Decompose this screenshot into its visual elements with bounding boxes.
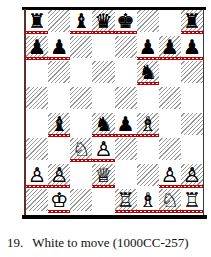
black-pawn-b7: ♟ [48,36,70,58]
square-d8: ♛ [92,10,114,36]
white-bishop-f4: ♗ [137,113,159,135]
white-rook-e1: ♖ [115,189,137,211]
white-pawn-g2: ♙ [159,164,181,186]
spellcheck-squiggle [159,210,181,213]
white-pawn-a2: ♙ [26,164,48,186]
square-d4: ♞ [92,113,114,139]
square-h5 [181,87,203,113]
spellcheck-squiggle [48,57,70,60]
spellcheck-squiggle [137,57,159,60]
square-b8 [48,10,70,36]
spellcheck-squiggle [26,57,48,60]
square-a6 [26,61,48,87]
square-a1 [26,189,48,215]
square-c7 [70,36,92,62]
diagram-caption: 19.White to move (1000CC-257) [7,235,189,251]
square-d1 [92,189,114,215]
black-pawn-h7: ♟ [181,36,203,58]
board-bottom-border [22,215,207,219]
square-d3: ♙ [92,138,114,164]
square-f6: ♞ [137,61,159,87]
square-c8: ♝ [70,10,92,36]
square-h6 [181,61,203,87]
square-f4: ♗ [137,113,159,139]
spellcheck-squiggle [181,57,203,60]
white-pawn-b2: ♙ [48,164,70,186]
spellcheck-squiggle [115,31,137,34]
spellcheck-squiggle [48,210,70,213]
caption-text: White to move (1000CC-257) [32,235,188,250]
square-b5 [48,87,70,113]
spellcheck-squiggle [181,185,203,188]
spellcheck-squiggle [26,185,48,188]
black-pawn-f7: ♟ [137,36,159,58]
spellcheck-squiggle [115,134,137,137]
spellcheck-squiggle [26,31,48,34]
spellcheck-squiggle [159,57,181,60]
square-e5 [115,87,137,113]
black-pawn-e4: ♟ [115,113,137,135]
square-g7: ♟ [159,36,181,62]
white-bishop-f1: ♗ [137,189,159,211]
spellcheck-squiggle [137,210,159,213]
square-b4: ♝ [48,113,70,139]
black-knight-f6: ♞ [137,61,159,83]
black-pawn-g7: ♟ [159,36,181,58]
square-b1: ♔ [48,189,70,215]
square-h2: ♙ [181,164,203,190]
puzzle-number: 19. [7,235,23,250]
square-f3 [137,138,159,164]
square-h3 [181,138,203,164]
square-g5 [159,87,181,113]
chess-board: ♜♝♛♚♜♟♟♟♟♟♞♝♞♟♗♘♙♙♙♕♙♙♔♖♗♘♖ [26,10,203,215]
spellcheck-squiggle [70,31,92,34]
square-f5 [137,87,159,113]
board-frame: ♜♝♛♚♜♟♟♟♟♟♞♝♞♟♗♘♙♙♙♕♙♙♔♖♗♘♖ [22,7,206,219]
white-queen-d2: ♕ [92,164,114,186]
square-d6 [92,61,114,87]
square-b6 [48,61,70,87]
spellcheck-squiggle [92,159,114,162]
spellcheck-squiggle [137,134,159,137]
square-g4 [159,113,181,139]
square-c5 [70,87,92,113]
square-c1 [70,189,92,215]
diagram-page: ♜♝♛♚♜♟♟♟♟♟♞♝♞♟♗♘♙♙♙♕♙♙♔♖♗♘♖ 19.White to … [0,0,211,257]
board-right-border [203,9,204,216]
square-f8 [137,10,159,36]
square-e6 [115,61,137,87]
square-e7 [115,36,137,62]
spellcheck-squiggle [92,185,114,188]
square-a4 [26,113,48,139]
square-e8: ♚ [115,10,137,36]
spellcheck-squiggle [48,185,70,188]
square-c6 [70,61,92,87]
spellcheck-squiggle [92,31,114,34]
black-queen-d8: ♛ [92,10,114,32]
spellcheck-squiggle [70,159,92,162]
black-knight-d4: ♞ [92,113,114,135]
square-e4: ♟ [115,113,137,139]
square-h1: ♖ [181,189,203,215]
square-a8: ♜ [26,10,48,36]
spellcheck-squiggle [137,82,159,85]
square-c3: ♘ [70,138,92,164]
black-bishop-c8: ♝ [70,10,92,32]
square-c4 [70,113,92,139]
square-d2: ♕ [92,164,114,190]
square-h7: ♟ [181,36,203,62]
white-knight-c3: ♘ [70,138,92,160]
square-f2 [137,164,159,190]
spellcheck-squiggle [92,134,114,137]
square-a3 [26,138,48,164]
square-d5 [92,87,114,113]
square-g2: ♙ [159,164,181,190]
spellcheck-squiggle [48,134,70,137]
square-g1: ♘ [159,189,181,215]
black-bishop-b4: ♝ [48,113,70,135]
square-g3 [159,138,181,164]
square-b3 [48,138,70,164]
square-c2 [70,164,92,190]
spellcheck-squiggle [181,31,203,34]
spellcheck-squiggle [181,210,203,213]
square-g6 [159,61,181,87]
square-e2 [115,164,137,190]
white-pawn-d3: ♙ [92,138,114,160]
white-knight-g1: ♘ [159,189,181,211]
square-a7: ♟ [26,36,48,62]
square-h8: ♜ [181,10,203,36]
square-f7: ♟ [137,36,159,62]
spellcheck-squiggle [159,185,181,188]
square-d7 [92,36,114,62]
square-e1: ♖ [115,189,137,215]
spellcheck-squiggle [115,210,137,213]
square-f1: ♗ [137,189,159,215]
white-pawn-h2: ♙ [181,164,203,186]
square-e3 [115,138,137,164]
white-rook-h1: ♖ [181,189,203,211]
square-a5 [26,87,48,113]
square-g8 [159,10,181,36]
black-rook-a8: ♜ [26,10,48,32]
square-b2: ♙ [48,164,70,190]
square-a2: ♙ [26,164,48,190]
black-pawn-a7: ♟ [26,36,48,58]
white-king-b1: ♔ [48,189,70,211]
square-b7: ♟ [48,36,70,62]
black-rook-h8: ♜ [181,10,203,32]
square-h4 [181,113,203,139]
black-king-e8: ♚ [115,10,137,32]
